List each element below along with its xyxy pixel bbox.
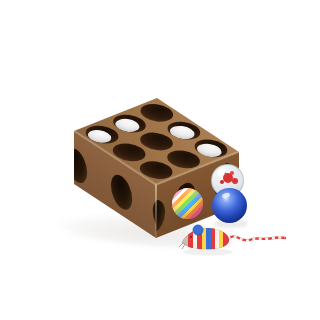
mouse-ear: [193, 225, 203, 235]
blue-ball-highlight: [221, 192, 230, 199]
toy-mouse: [178, 218, 288, 258]
rainbow-striped-ball: [172, 188, 203, 219]
mouse-body: [179, 225, 230, 252]
mouse-eye: [190, 236, 192, 238]
side-paw-hole: [111, 169, 132, 215]
side-paw-hole: [156, 196, 165, 237]
product-photo: [0, 0, 320, 320]
mouse-shadow: [183, 249, 233, 256]
box-corner-edge: [155, 185, 157, 237]
red-rattle-toy: [223, 173, 233, 183]
side-paw-hole: [74, 143, 87, 189]
